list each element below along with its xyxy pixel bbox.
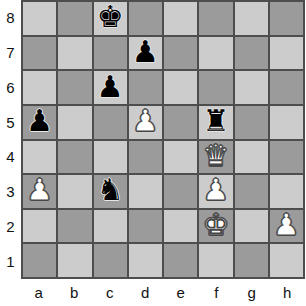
square-f5[interactable]: ♜ [199, 106, 232, 139]
square-b2[interactable] [58, 210, 91, 243]
square-g5[interactable] [235, 106, 268, 139]
piece-black-knight[interactable]: ♞ [97, 175, 124, 205]
square-c1[interactable] [94, 244, 127, 277]
square-b3[interactable] [58, 175, 91, 208]
square-a1[interactable] [23, 244, 56, 277]
rank-label-2: 2 [0, 209, 21, 244]
square-c6[interactable]: ♟ [94, 71, 127, 104]
square-a3[interactable]: ♟ [23, 175, 56, 208]
square-e7[interactable] [164, 37, 197, 70]
square-g6[interactable] [235, 71, 268, 104]
square-d7[interactable]: ♟ [129, 37, 162, 70]
square-f7[interactable] [199, 37, 232, 70]
square-b6[interactable] [58, 71, 91, 104]
square-c7[interactable] [94, 37, 127, 70]
file-label-g: g [234, 279, 270, 306]
square-a8[interactable] [23, 2, 56, 35]
square-b8[interactable] [58, 2, 91, 35]
square-a7[interactable] [23, 37, 56, 70]
square-f8[interactable] [199, 2, 232, 35]
square-c5[interactable] [94, 106, 127, 139]
square-d6[interactable] [129, 71, 162, 104]
square-e4[interactable] [164, 141, 197, 174]
file-label-h: h [270, 279, 306, 306]
rank-label-1: 1 [0, 244, 21, 279]
square-h6[interactable] [270, 71, 303, 104]
square-d5[interactable]: ♟ [129, 106, 162, 139]
square-f6[interactable] [199, 71, 232, 104]
square-g4[interactable] [235, 141, 268, 174]
square-h4[interactable] [270, 141, 303, 174]
square-h8[interactable] [270, 2, 303, 35]
piece-black-rook[interactable]: ♜ [202, 106, 229, 136]
square-d3[interactable] [129, 175, 162, 208]
square-f4[interactable]: ♛ [199, 141, 232, 174]
square-b7[interactable] [58, 37, 91, 70]
piece-white-pawn[interactable]: ♟ [132, 106, 159, 136]
square-h3[interactable] [270, 175, 303, 208]
rank-labels: 87654321 [0, 0, 21, 279]
piece-white-pawn[interactable]: ♟ [26, 175, 53, 205]
chess-board: ♚♟♟♟♟♜♛♟♞♟♚♟ [21, 0, 305, 279]
square-e2[interactable] [164, 210, 197, 243]
square-e5[interactable] [164, 106, 197, 139]
square-b1[interactable] [58, 244, 91, 277]
piece-black-king[interactable]: ♚ [97, 2, 124, 32]
piece-white-queen[interactable]: ♛ [202, 141, 229, 171]
square-c4[interactable] [94, 141, 127, 174]
square-h7[interactable] [270, 37, 303, 70]
file-label-c: c [92, 279, 128, 306]
piece-black-pawn[interactable]: ♟ [132, 37, 159, 67]
square-d1[interactable] [129, 244, 162, 277]
piece-white-king[interactable]: ♚ [202, 210, 229, 240]
square-g8[interactable] [235, 2, 268, 35]
rank-label-6: 6 [0, 70, 21, 105]
piece-black-pawn[interactable]: ♟ [97, 72, 124, 102]
rank-label-3: 3 [0, 174, 21, 209]
rank-label-7: 7 [0, 35, 21, 70]
rank-label-4: 4 [0, 140, 21, 175]
square-e6[interactable] [164, 71, 197, 104]
square-h5[interactable] [270, 106, 303, 139]
chess-diagram: 87654321 ♚♟♟♟♟♜♛♟♞♟♚♟ abcdefgh [0, 0, 306, 306]
rank-label-8: 8 [0, 0, 21, 35]
file-label-b: b [57, 279, 93, 306]
square-f2[interactable]: ♚ [199, 210, 232, 243]
square-a2[interactable] [23, 210, 56, 243]
square-h1[interactable] [270, 244, 303, 277]
square-e1[interactable] [164, 244, 197, 277]
square-a6[interactable] [23, 71, 56, 104]
square-b4[interactable] [58, 141, 91, 174]
file-label-e: e [163, 279, 199, 306]
piece-white-pawn[interactable]: ♟ [273, 210, 300, 240]
file-label-d: d [128, 279, 164, 306]
square-a5[interactable]: ♟ [23, 106, 56, 139]
square-d8[interactable] [129, 2, 162, 35]
square-e3[interactable] [164, 175, 197, 208]
square-c2[interactable] [94, 210, 127, 243]
square-g7[interactable] [235, 37, 268, 70]
square-c3[interactable]: ♞ [94, 175, 127, 208]
piece-black-pawn[interactable]: ♟ [26, 106, 53, 136]
square-d4[interactable] [129, 141, 162, 174]
square-e8[interactable] [164, 2, 197, 35]
square-f1[interactable] [199, 244, 232, 277]
square-d2[interactable] [129, 210, 162, 243]
file-label-a: a [21, 279, 57, 306]
file-label-f: f [199, 279, 235, 306]
square-c8[interactable]: ♚ [94, 2, 127, 35]
square-b5[interactable] [58, 106, 91, 139]
square-g3[interactable] [235, 175, 268, 208]
square-g2[interactable] [235, 210, 268, 243]
square-f3[interactable]: ♟ [199, 175, 232, 208]
file-labels: abcdefgh [21, 279, 305, 306]
square-a4[interactable] [23, 141, 56, 174]
piece-white-pawn[interactable]: ♟ [202, 175, 229, 205]
rank-label-5: 5 [0, 105, 21, 140]
square-h2[interactable]: ♟ [270, 210, 303, 243]
square-g1[interactable] [235, 244, 268, 277]
